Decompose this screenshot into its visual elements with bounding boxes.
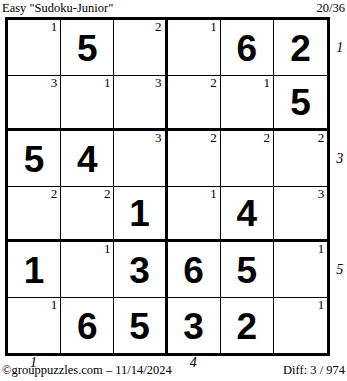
footer: ©grouppuzzles.com – 11/14/2024 Diff: 3 /…: [2, 364, 345, 377]
cell-r2c2[interactable]: 1: [61, 76, 114, 132]
cell-r3c3[interactable]: 3: [114, 131, 167, 187]
cell-r6c1[interactable]: 1: [8, 298, 61, 354]
row-coordinates: 135: [336, 17, 343, 356]
cell-r3c4[interactable]: 2: [168, 131, 221, 187]
pencil-mark: 2: [210, 131, 217, 145]
row-coordinate-label: 1: [336, 20, 343, 76]
pencil-mark: 1: [210, 20, 217, 34]
cell-value: 5: [290, 84, 311, 121]
pencil-mark: 3: [318, 187, 325, 201]
cell-r3c1[interactable]: 5: [8, 131, 61, 187]
cell-r1c4[interactable]: 1: [168, 20, 221, 76]
puzzle-counter: 20/36: [317, 2, 345, 15]
cell-r6c4[interactable]: 3: [168, 298, 221, 354]
pencil-mark: 2: [104, 187, 111, 201]
cell-value: 6: [237, 30, 258, 67]
pencil-mark: 2: [318, 131, 325, 145]
pencil-mark: 2: [51, 187, 58, 201]
cell-value: 1: [24, 252, 45, 289]
cell-r1c3[interactable]: 2: [114, 20, 167, 76]
pencil-mark: 1: [318, 242, 325, 256]
copyright-text: ©grouppuzzles.com – 11/14/2024: [2, 364, 172, 377]
pencil-mark: 1: [51, 20, 58, 34]
cell-r5c2[interactable]: 1: [61, 242, 114, 298]
cell-r6c5[interactable]: 2: [221, 298, 274, 354]
pencil-mark: 1: [263, 76, 270, 90]
cell-r3c5[interactable]: 2: [221, 131, 274, 187]
pencil-mark: 1: [51, 298, 58, 312]
cell-value: 5: [77, 30, 98, 67]
cell-value: 6: [183, 252, 204, 289]
cell-value: 4: [77, 141, 98, 178]
cell-r5c1[interactable]: 1: [8, 242, 61, 298]
pencil-mark: 2: [263, 131, 270, 145]
cell-value: 5: [129, 308, 150, 345]
cell-r1c2[interactable]: 5: [61, 20, 114, 76]
cell-r5c4[interactable]: 6: [168, 242, 221, 298]
cell-value: 3: [129, 252, 150, 289]
cell-value: 5: [24, 141, 45, 178]
cell-r4c1[interactable]: 2: [8, 187, 61, 243]
pencil-mark: 3: [51, 76, 58, 90]
cell-r3c2[interactable]: 4: [61, 131, 114, 187]
cell-value: 1: [129, 195, 150, 232]
page: Easy "Sudoku-Junior" 20/36 1521623132155…: [0, 0, 347, 381]
board: 152162313215543222221143113651165321: [5, 17, 330, 356]
cell-r2c4[interactable]: 2: [168, 76, 221, 132]
cell-value: 2: [237, 308, 258, 345]
cell-r2c5[interactable]: 1: [221, 76, 274, 132]
cell-value: 5: [237, 252, 258, 289]
pencil-mark: 1: [104, 76, 111, 90]
cell-r2c3[interactable]: 3: [114, 76, 167, 132]
cell-value: 4: [237, 195, 258, 232]
cell-r1c6[interactable]: 2: [274, 20, 327, 76]
puzzle-title: Easy "Sudoku-Junior": [2, 2, 113, 15]
board-area: 152162313215543222221143113651165321 135: [5, 17, 347, 356]
cell-r5c3[interactable]: 3: [114, 242, 167, 298]
cell-r4c3[interactable]: 1: [114, 187, 167, 243]
cell-r2c1[interactable]: 3: [8, 76, 61, 132]
pencil-mark: 2: [210, 76, 217, 90]
pencil-mark: 2: [155, 20, 162, 34]
row-coordinate-label: 3: [336, 131, 343, 187]
cell-r5c5[interactable]: 5: [221, 242, 274, 298]
header: Easy "Sudoku-Junior" 20/36: [2, 2, 345, 15]
cell-r3c6[interactable]: 2: [274, 131, 327, 187]
cell-r6c3[interactable]: 5: [114, 298, 167, 354]
cell-r6c2[interactable]: 6: [61, 298, 114, 354]
cell-r2c6[interactable]: 5: [274, 76, 327, 132]
difficulty-text: Diff: 3 / 974: [283, 364, 345, 377]
cell-r1c1[interactable]: 1: [8, 20, 61, 76]
cell-value: 2: [290, 30, 311, 67]
pencil-mark: 1: [210, 187, 217, 201]
row-coordinate-label: 5: [336, 242, 343, 298]
pencil-mark: 3: [155, 76, 162, 90]
pencil-mark: 1: [318, 298, 325, 312]
cell-value: 6: [77, 308, 98, 345]
cell-value: 3: [183, 308, 204, 345]
cell-r4c4[interactable]: 1: [168, 187, 221, 243]
cell-r4c6[interactable]: 3: [274, 187, 327, 243]
cell-r4c2[interactable]: 2: [61, 187, 114, 243]
pencil-mark: 1: [104, 242, 111, 256]
pencil-mark: 3: [155, 131, 162, 145]
cell-r4c5[interactable]: 4: [221, 187, 274, 243]
cell-r1c5[interactable]: 6: [221, 20, 274, 76]
cell-r6c6[interactable]: 1: [274, 298, 327, 354]
cell-r5c6[interactable]: 1: [274, 242, 327, 298]
